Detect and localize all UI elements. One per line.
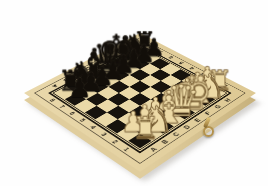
piece-black-pawn[interactable]: ♟	[49, 75, 110, 101]
rank-label-7: 7	[53, 101, 71, 112]
piece-white-rook[interactable]: ♜	[112, 113, 178, 144]
chessboard: ABCDEFGH ABCDEFGH 87654321 87654321 ♜♞♝♛…	[24, 33, 256, 172]
chess-set-photo: ABCDEFGH ABCDEFGH 87654321 87654321 ♜♞♝♛…	[0, 0, 268, 186]
brass-clasp	[200, 117, 214, 137]
